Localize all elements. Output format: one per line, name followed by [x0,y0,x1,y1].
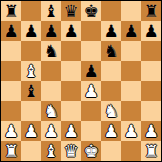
square-g5[interactable] [121,61,141,81]
piece-black-rook[interactable]: ♜ [141,1,161,21]
square-g7[interactable]: ♟ [121,21,141,41]
square-e1[interactable]: ♚ [81,141,101,161]
square-c5[interactable] [41,61,61,81]
piece-black-pawn[interactable]: ♟ [1,21,21,41]
chess-board: ♜♝♛♚♜♟♟♟♟♟♟♟♞♞♝♟♝♟♞♞♟♟♟♟♟♟♟♜♝♛♚♜ [0,0,162,162]
piece-black-pawn[interactable]: ♟ [61,21,81,41]
piece-black-queen[interactable]: ♛ [61,1,81,21]
piece-black-king[interactable]: ♚ [81,1,101,21]
square-c6[interactable]: ♞ [41,41,61,61]
square-d7[interactable]: ♟ [61,21,81,41]
piece-black-bishop[interactable]: ♝ [41,1,61,21]
piece-black-pawn[interactable]: ♟ [41,21,61,41]
square-a6[interactable] [1,41,21,61]
square-f1[interactable] [101,141,121,161]
square-h5[interactable] [141,61,161,81]
piece-white-knight[interactable]: ♞ [101,101,121,121]
square-e6[interactable] [81,41,101,61]
piece-black-pawn[interactable]: ♟ [121,21,141,41]
square-f6[interactable]: ♞ [101,41,121,61]
square-g1[interactable] [121,141,141,161]
square-h8[interactable]: ♜ [141,1,161,21]
square-b4[interactable]: ♝ [21,81,41,101]
piece-black-pawn[interactable]: ♟ [21,21,41,41]
square-d3[interactable] [61,101,81,121]
square-a1[interactable]: ♜ [1,141,21,161]
square-a5[interactable] [1,61,21,81]
square-b3[interactable] [21,101,41,121]
piece-white-pawn[interactable]: ♟ [141,121,161,141]
square-e8[interactable]: ♚ [81,1,101,21]
square-e3[interactable] [81,101,101,121]
square-h1[interactable]: ♜ [141,141,161,161]
square-f4[interactable] [101,81,121,101]
square-d8[interactable]: ♛ [61,1,81,21]
piece-black-rook[interactable]: ♜ [1,1,21,21]
square-h3[interactable] [141,101,161,121]
square-c3[interactable]: ♞ [41,101,61,121]
piece-white-bishop[interactable]: ♝ [21,61,41,81]
square-h7[interactable]: ♟ [141,21,161,41]
piece-white-knight[interactable]: ♞ [41,101,61,121]
square-h4[interactable] [141,81,161,101]
square-c4[interactable] [41,81,61,101]
square-h2[interactable]: ♟ [141,121,161,141]
piece-white-pawn[interactable]: ♟ [121,121,141,141]
square-d5[interactable] [61,61,81,81]
piece-white-king[interactable]: ♚ [81,141,101,161]
square-h6[interactable] [141,41,161,61]
piece-black-bishop[interactable]: ♝ [21,81,41,101]
piece-black-pawn[interactable]: ♟ [81,61,101,81]
square-e5[interactable]: ♟ [81,61,101,81]
square-f8[interactable] [101,1,121,21]
piece-white-pawn[interactable]: ♟ [81,81,101,101]
piece-white-pawn[interactable]: ♟ [41,121,61,141]
square-d4[interactable] [61,81,81,101]
square-c1[interactable]: ♝ [41,141,61,161]
square-f3[interactable]: ♞ [101,101,121,121]
square-f7[interactable]: ♟ [101,21,121,41]
square-a2[interactable]: ♟ [1,121,21,141]
piece-black-pawn[interactable]: ♟ [101,21,121,41]
square-b2[interactable]: ♟ [21,121,41,141]
piece-white-pawn[interactable]: ♟ [61,121,81,141]
square-d1[interactable]: ♛ [61,141,81,161]
square-g6[interactable] [121,41,141,61]
square-a7[interactable]: ♟ [1,21,21,41]
square-e2[interactable] [81,121,101,141]
square-c7[interactable]: ♟ [41,21,61,41]
square-b8[interactable] [21,1,41,21]
square-c8[interactable]: ♝ [41,1,61,21]
square-a8[interactable]: ♜ [1,1,21,21]
square-g3[interactable] [121,101,141,121]
piece-black-pawn[interactable]: ♟ [141,21,161,41]
square-d6[interactable] [61,41,81,61]
square-g2[interactable]: ♟ [121,121,141,141]
square-b5[interactable]: ♝ [21,61,41,81]
square-a4[interactable] [1,81,21,101]
square-b7[interactable]: ♟ [21,21,41,41]
square-b6[interactable] [21,41,41,61]
square-e4[interactable]: ♟ [81,81,101,101]
piece-white-pawn[interactable]: ♟ [21,121,41,141]
square-g4[interactable] [121,81,141,101]
square-d2[interactable]: ♟ [61,121,81,141]
piece-black-knight[interactable]: ♞ [41,41,61,61]
piece-white-bishop[interactable]: ♝ [41,141,61,161]
piece-white-pawn[interactable]: ♟ [101,121,121,141]
square-c2[interactable]: ♟ [41,121,61,141]
square-f2[interactable]: ♟ [101,121,121,141]
square-e7[interactable] [81,21,101,41]
piece-white-pawn[interactable]: ♟ [1,121,21,141]
square-f5[interactable] [101,61,121,81]
piece-black-knight[interactable]: ♞ [101,41,121,61]
square-a3[interactable] [1,101,21,121]
piece-white-rook[interactable]: ♜ [141,141,161,161]
piece-white-queen[interactable]: ♛ [61,141,81,161]
square-b1[interactable] [21,141,41,161]
square-g8[interactable] [121,1,141,21]
piece-white-rook[interactable]: ♜ [1,141,21,161]
